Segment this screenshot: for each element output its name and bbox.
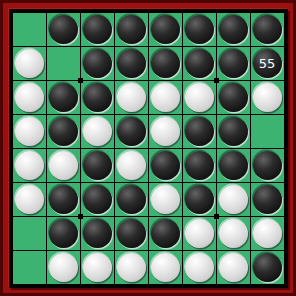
white-disc xyxy=(219,219,248,248)
cell-a7[interactable] xyxy=(13,217,46,250)
black-disc xyxy=(83,15,112,44)
black-disc xyxy=(185,117,214,146)
black-disc xyxy=(117,185,146,214)
white-disc xyxy=(151,83,180,112)
white-disc xyxy=(219,185,248,214)
cell-a8[interactable] xyxy=(13,251,46,284)
black-disc xyxy=(185,15,214,44)
white-disc xyxy=(83,253,112,282)
cell-a3[interactable] xyxy=(13,81,46,114)
black-disc xyxy=(83,219,112,248)
black-disc xyxy=(151,151,180,180)
cell-f7[interactable] xyxy=(183,217,216,250)
cell-e7[interactable] xyxy=(149,217,182,250)
white-disc xyxy=(15,117,44,146)
black-disc xyxy=(219,83,248,112)
board-inner-border: 55 xyxy=(9,9,288,288)
cell-d2[interactable] xyxy=(115,47,148,80)
cell-h3[interactable] xyxy=(251,81,284,114)
white-disc xyxy=(219,253,248,282)
cell-f8[interactable] xyxy=(183,251,216,284)
black-disc xyxy=(117,219,146,248)
white-disc xyxy=(151,185,180,214)
white-disc xyxy=(253,83,282,112)
black-disc xyxy=(49,185,78,214)
white-disc xyxy=(15,185,44,214)
othello-board-grid: 55 xyxy=(13,13,284,284)
white-disc xyxy=(117,253,146,282)
cell-f4[interactable] xyxy=(183,115,216,148)
cell-g3[interactable] xyxy=(217,81,250,114)
cell-e1[interactable] xyxy=(149,13,182,46)
cell-f5[interactable] xyxy=(183,149,216,182)
star-point xyxy=(78,78,83,83)
black-disc xyxy=(219,117,248,146)
cell-d8[interactable] xyxy=(115,251,148,284)
cell-c2[interactable] xyxy=(81,47,114,80)
cell-e2[interactable] xyxy=(149,47,182,80)
black-disc xyxy=(117,49,146,78)
cell-d7[interactable] xyxy=(115,217,148,250)
cell-g6[interactable] xyxy=(217,183,250,216)
black-disc xyxy=(117,15,146,44)
board-frame: 55 xyxy=(0,0,296,296)
cell-g8[interactable] xyxy=(217,251,250,284)
white-disc xyxy=(117,83,146,112)
black-disc xyxy=(219,49,248,78)
black-disc xyxy=(219,15,248,44)
black-disc xyxy=(117,117,146,146)
cell-d4[interactable] xyxy=(115,115,148,148)
cell-b8[interactable] xyxy=(47,251,80,284)
cell-a4[interactable] xyxy=(13,115,46,148)
cell-g1[interactable] xyxy=(217,13,250,46)
black-disc xyxy=(151,15,180,44)
cell-e4[interactable] xyxy=(149,115,182,148)
cell-h5[interactable] xyxy=(251,149,284,182)
white-disc xyxy=(15,83,44,112)
cell-c3[interactable] xyxy=(81,81,114,114)
cell-d6[interactable] xyxy=(115,183,148,216)
cell-d1[interactable] xyxy=(115,13,148,46)
white-disc xyxy=(185,83,214,112)
white-disc xyxy=(15,49,44,78)
cell-a6[interactable] xyxy=(13,183,46,216)
black-disc xyxy=(219,151,248,180)
cell-f6[interactable] xyxy=(183,183,216,216)
cell-f3[interactable] xyxy=(183,81,216,114)
cell-e3[interactable] xyxy=(149,81,182,114)
cell-b4[interactable] xyxy=(47,115,80,148)
cell-c5[interactable] xyxy=(81,149,114,182)
white-disc xyxy=(253,219,282,248)
cell-a5[interactable] xyxy=(13,149,46,182)
star-point xyxy=(214,78,219,83)
black-disc xyxy=(253,253,282,282)
white-disc xyxy=(151,117,180,146)
cell-h7[interactable] xyxy=(251,217,284,250)
cell-c6[interactable] xyxy=(81,183,114,216)
black-disc xyxy=(49,83,78,112)
black-disc xyxy=(185,49,214,78)
black-disc: 55 xyxy=(253,49,282,78)
black-disc xyxy=(83,83,112,112)
cell-h4[interactable] xyxy=(251,115,284,148)
white-disc xyxy=(117,151,146,180)
cell-h8[interactable] xyxy=(251,251,284,284)
black-disc xyxy=(49,15,78,44)
black-disc xyxy=(151,49,180,78)
white-disc xyxy=(15,151,44,180)
black-disc xyxy=(151,219,180,248)
cell-g7[interactable] xyxy=(217,217,250,250)
black-disc xyxy=(83,185,112,214)
black-disc xyxy=(185,185,214,214)
cell-h2[interactable]: 55 xyxy=(251,47,284,80)
star-point xyxy=(214,214,219,219)
cell-f2[interactable] xyxy=(183,47,216,80)
cell-g2[interactable] xyxy=(217,47,250,80)
black-disc xyxy=(83,49,112,78)
cell-g5[interactable] xyxy=(217,149,250,182)
black-disc xyxy=(185,151,214,180)
cell-g4[interactable] xyxy=(217,115,250,148)
cell-d5[interactable] xyxy=(115,149,148,182)
cell-d3[interactable] xyxy=(115,81,148,114)
black-disc xyxy=(49,117,78,146)
black-disc xyxy=(253,185,282,214)
black-disc xyxy=(49,219,78,248)
white-disc xyxy=(49,253,78,282)
cell-b6[interactable] xyxy=(47,183,80,216)
cell-h1[interactable] xyxy=(251,13,284,46)
cell-f1[interactable] xyxy=(183,13,216,46)
cell-c7[interactable] xyxy=(81,217,114,250)
last-move-number: 55 xyxy=(259,57,276,70)
black-disc xyxy=(253,151,282,180)
cell-b5[interactable] xyxy=(47,149,80,182)
cell-e5[interactable] xyxy=(149,149,182,182)
cell-a2[interactable] xyxy=(13,47,46,80)
cell-a1[interactable] xyxy=(13,13,46,46)
cell-b3[interactable] xyxy=(47,81,80,114)
cell-h6[interactable] xyxy=(251,183,284,216)
black-disc xyxy=(253,15,282,44)
cell-c1[interactable] xyxy=(81,13,114,46)
cell-e8[interactable] xyxy=(149,251,182,284)
cell-c8[interactable] xyxy=(81,251,114,284)
cell-b2[interactable] xyxy=(47,47,80,80)
cell-c4[interactable] xyxy=(81,115,114,148)
star-point xyxy=(78,214,83,219)
white-disc xyxy=(185,219,214,248)
cell-b7[interactable] xyxy=(47,217,80,250)
white-disc xyxy=(83,117,112,146)
cell-b1[interactable] xyxy=(47,13,80,46)
cell-e6[interactable] xyxy=(149,183,182,216)
white-disc xyxy=(185,253,214,282)
white-disc xyxy=(49,151,78,180)
black-disc xyxy=(83,151,112,180)
white-disc xyxy=(151,253,180,282)
